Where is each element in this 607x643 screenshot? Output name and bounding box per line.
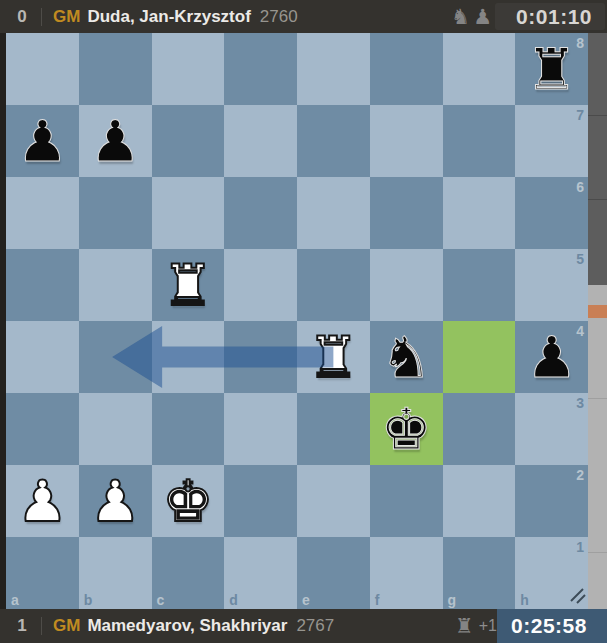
- square-a3[interactable]: [6, 393, 79, 465]
- square-g3[interactable]: [443, 393, 516, 465]
- black-king-f3[interactable]: ♚: [370, 393, 443, 465]
- square-b7[interactable]: ♟: [79, 105, 152, 177]
- file-label-a: a: [11, 592, 19, 608]
- chess-broadcast-app: 0 GM Duda, Jan-Krzysztof 2760 ♞♟ 0:01:10…: [0, 0, 607, 643]
- square-e2[interactable]: [297, 465, 370, 537]
- square-a6[interactable]: [6, 177, 79, 249]
- square-h4[interactable]: 4♟: [515, 321, 588, 393]
- square-g2[interactable]: [443, 465, 516, 537]
- square-b8[interactable]: [79, 33, 152, 105]
- bottom-material-tray: ♜+1: [455, 614, 497, 638]
- rook-icon: ♜: [455, 614, 474, 638]
- side-panel-divider: [588, 199, 607, 200]
- square-b1[interactable]: b: [79, 537, 152, 609]
- file-label-c: c: [157, 592, 165, 608]
- square-a4[interactable]: [6, 321, 79, 393]
- square-c3[interactable]: [152, 393, 225, 465]
- square-d5[interactable]: [224, 249, 297, 321]
- top-player-name: Duda, Jan-Krzysztof: [87, 7, 250, 27]
- side-panel-dark-section: [588, 33, 607, 285]
- knight-icon: ♞: [451, 5, 470, 29]
- white-pawn-b2[interactable]: ♟: [79, 465, 152, 537]
- square-f5[interactable]: [370, 249, 443, 321]
- rank-label-2: 2: [576, 467, 584, 483]
- square-c7[interactable]: [152, 105, 225, 177]
- square-h7[interactable]: 7: [515, 105, 588, 177]
- square-b4[interactable]: [79, 321, 152, 393]
- square-g5[interactable]: [443, 249, 516, 321]
- square-h8[interactable]: 8♜: [515, 33, 588, 105]
- square-d1[interactable]: d: [224, 537, 297, 609]
- rank-label-3: 3: [576, 395, 584, 411]
- square-h2[interactable]: 2: [515, 465, 588, 537]
- rank-label-5: 5: [576, 251, 584, 267]
- bottom-player-rating: 2767: [296, 616, 334, 636]
- square-c5[interactable]: ♜: [152, 249, 225, 321]
- black-pawn-h4[interactable]: ♟: [515, 321, 588, 393]
- square-a1[interactable]: a: [6, 537, 79, 609]
- top-player-clock: 0:01:10: [495, 3, 605, 30]
- square-d3[interactable]: [224, 393, 297, 465]
- square-f2[interactable]: [370, 465, 443, 537]
- white-rook-e4[interactable]: ♜: [297, 321, 370, 393]
- bottom-player-clock: 0:25:58: [497, 609, 607, 643]
- bottom-match-score: 1: [14, 616, 30, 636]
- square-e5[interactable]: [297, 249, 370, 321]
- pawn-icon: ♟: [473, 5, 492, 29]
- square-a8[interactable]: [6, 33, 79, 105]
- rank-label-6: 6: [576, 179, 584, 195]
- square-c2[interactable]: ♚: [152, 465, 225, 537]
- square-e8[interactable]: [297, 33, 370, 105]
- separator: [41, 8, 42, 26]
- side-panel-divider: [588, 552, 607, 553]
- file-label-f: f: [375, 592, 380, 608]
- file-label-d: d: [229, 592, 238, 608]
- square-d2[interactable]: [224, 465, 297, 537]
- square-g4[interactable]: [443, 321, 516, 393]
- square-g1[interactable]: g: [443, 537, 516, 609]
- material-advantage: +1: [479, 617, 497, 635]
- square-a2[interactable]: ♟: [6, 465, 79, 537]
- square-c4[interactable]: [152, 321, 225, 393]
- square-f4[interactable]: ♞: [370, 321, 443, 393]
- side-panel-divider: [588, 398, 607, 399]
- bottom-player-bar: 1 GM Mamedyarov, Shakhriyar 2767 ♜+1 0:2…: [0, 609, 607, 643]
- square-e6[interactable]: [297, 177, 370, 249]
- square-g8[interactable]: [443, 33, 516, 105]
- side-panel-edge[interactable]: [588, 33, 607, 609]
- square-b2[interactable]: ♟: [79, 465, 152, 537]
- square-h6[interactable]: 6: [515, 177, 588, 249]
- top-player-rating: 2760: [260, 7, 298, 27]
- rank-label-7: 7: [576, 107, 584, 123]
- separator: [41, 617, 42, 635]
- square-d8[interactable]: [224, 33, 297, 105]
- white-rook-c5[interactable]: ♜: [152, 249, 225, 321]
- white-king-c2[interactable]: ♚: [152, 465, 225, 537]
- square-f3[interactable]: ♚: [370, 393, 443, 465]
- file-label-h: h: [520, 592, 529, 608]
- file-label-e: e: [302, 592, 310, 608]
- square-g7[interactable]: [443, 105, 516, 177]
- square-f1[interactable]: f: [370, 537, 443, 609]
- bottom-player-title: GM: [53, 616, 80, 636]
- black-pawn-b7[interactable]: ♟: [79, 105, 152, 177]
- square-a5[interactable]: [6, 249, 79, 321]
- white-pawn-a2[interactable]: ♟: [6, 465, 79, 537]
- square-d7[interactable]: [224, 105, 297, 177]
- chess-board[interactable]: 8♜♟♟76♜5♜♞4♟♚3♟♟♚2abcdefg1h: [6, 33, 588, 609]
- top-match-score: 0: [14, 7, 30, 27]
- board-resize-handle[interactable]: [566, 584, 588, 606]
- side-panel-divider: [588, 115, 607, 116]
- board-area: 8♜♟♟76♜5♜♞4♟♚3♟♟♚2abcdefg1h: [0, 33, 607, 609]
- square-a7[interactable]: ♟: [6, 105, 79, 177]
- square-d4[interactable]: [224, 321, 297, 393]
- square-c1[interactable]: c: [152, 537, 225, 609]
- square-d6[interactable]: [224, 177, 297, 249]
- square-h3[interactable]: 3: [515, 393, 588, 465]
- square-f6[interactable]: [370, 177, 443, 249]
- top-player-title: GM: [53, 7, 80, 27]
- black-rook-h8[interactable]: ♜: [515, 33, 588, 105]
- square-e3[interactable]: [297, 393, 370, 465]
- square-h5[interactable]: 5: [515, 249, 588, 321]
- square-b5[interactable]: [79, 249, 152, 321]
- file-label-b: b: [84, 592, 93, 608]
- square-g6[interactable]: [443, 177, 516, 249]
- square-b6[interactable]: [79, 177, 152, 249]
- black-knight-f4[interactable]: ♞: [370, 321, 443, 393]
- square-f7[interactable]: [370, 105, 443, 177]
- square-e7[interactable]: [297, 105, 370, 177]
- square-f8[interactable]: [370, 33, 443, 105]
- file-label-g: g: [448, 592, 457, 608]
- black-pawn-a7[interactable]: ♟: [6, 105, 79, 177]
- square-c8[interactable]: [152, 33, 225, 105]
- square-b3[interactable]: [79, 393, 152, 465]
- top-player-bar: 0 GM Duda, Jan-Krzysztof 2760 ♞♟ 0:01:10: [0, 0, 607, 33]
- rank-label-1: 1: [576, 539, 584, 555]
- square-e1[interactable]: e: [297, 537, 370, 609]
- bottom-player-name: Mamedyarov, Shakhriyar: [87, 616, 287, 636]
- square-c6[interactable]: [152, 177, 225, 249]
- top-material-tray: ♞♟: [451, 5, 495, 29]
- side-panel-orange-item: [588, 305, 607, 318]
- square-e4[interactable]: ♜: [297, 321, 370, 393]
